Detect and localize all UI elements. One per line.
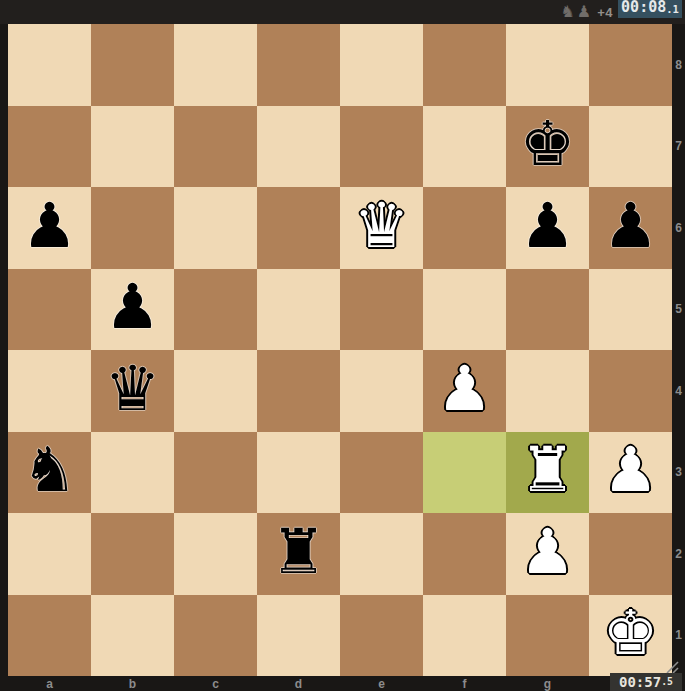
- square-g3[interactable]: ♜: [506, 432, 589, 514]
- square-c6[interactable]: [174, 187, 257, 269]
- square-b1[interactable]: [91, 595, 174, 677]
- square-b3[interactable]: [91, 432, 174, 514]
- square-c2[interactable]: [174, 513, 257, 595]
- square-a2[interactable]: [8, 513, 91, 595]
- file-labels: abcdefgh: [8, 676, 672, 691]
- black-rook[interactable]: ♜: [271, 521, 327, 583]
- square-h6[interactable]: ♟: [589, 187, 672, 269]
- top-player-clock: 00:08.1: [618, 0, 682, 18]
- square-a3[interactable]: ♞: [8, 432, 91, 514]
- bottom-player-clock: 00:57.5: [610, 673, 682, 691]
- square-h4[interactable]: [589, 350, 672, 432]
- square-f2[interactable]: [423, 513, 506, 595]
- rank-label-5: 5: [672, 269, 685, 351]
- square-f4[interactable]: ♟: [423, 350, 506, 432]
- material-advantage-value: +4: [597, 5, 613, 20]
- square-d1[interactable]: [257, 595, 340, 677]
- square-b8[interactable]: [91, 24, 174, 106]
- rank-label-7: 7: [672, 106, 685, 188]
- square-g8[interactable]: [506, 24, 589, 106]
- file-label-e: e: [340, 676, 423, 691]
- white-queen[interactable]: ♛: [354, 195, 410, 257]
- file-label-d: d: [257, 676, 340, 691]
- black-pawn[interactable]: ♟: [603, 195, 659, 257]
- square-b6[interactable]: [91, 187, 174, 269]
- square-c3[interactable]: [174, 432, 257, 514]
- file-label-g: g: [506, 676, 589, 691]
- square-d2[interactable]: ♜: [257, 513, 340, 595]
- square-a1[interactable]: [8, 595, 91, 677]
- file-label-a: a: [8, 676, 91, 691]
- square-d6[interactable]: [257, 187, 340, 269]
- square-h5[interactable]: [589, 269, 672, 351]
- square-f8[interactable]: [423, 24, 506, 106]
- square-b7[interactable]: [91, 106, 174, 188]
- material-advantage: ♞ ♟ +4: [560, 2, 613, 22]
- rank-label-2: 2: [672, 513, 685, 595]
- square-a4[interactable]: [8, 350, 91, 432]
- square-e8[interactable]: [340, 24, 423, 106]
- square-a7[interactable]: [8, 106, 91, 188]
- white-king[interactable]: ♚: [603, 602, 659, 664]
- chess-app: ♞ ♟ +4 00:08.1 ♚♟♛♟♟♟♛♟♞♜♟♜♟♚ 87654321 a…: [0, 0, 685, 691]
- square-c8[interactable]: [174, 24, 257, 106]
- black-pawn[interactable]: ♟: [22, 195, 78, 257]
- black-queen[interactable]: ♛: [105, 358, 161, 420]
- square-c4[interactable]: [174, 350, 257, 432]
- square-g7[interactable]: ♚: [506, 106, 589, 188]
- square-h1[interactable]: ♚: [589, 595, 672, 677]
- square-g6[interactable]: ♟: [506, 187, 589, 269]
- square-g4[interactable]: [506, 350, 589, 432]
- black-knight[interactable]: ♞: [22, 439, 78, 501]
- square-h3[interactable]: ♟: [589, 432, 672, 514]
- square-c5[interactable]: [174, 269, 257, 351]
- square-b5[interactable]: ♟: [91, 269, 174, 351]
- square-b4[interactable]: ♛: [91, 350, 174, 432]
- square-h7[interactable]: [589, 106, 672, 188]
- square-b2[interactable]: [91, 513, 174, 595]
- file-label-c: c: [174, 676, 257, 691]
- square-d7[interactable]: [257, 106, 340, 188]
- square-c7[interactable]: [174, 106, 257, 188]
- square-d3[interactable]: [257, 432, 340, 514]
- square-a5[interactable]: [8, 269, 91, 351]
- square-d4[interactable]: [257, 350, 340, 432]
- square-f6[interactable]: [423, 187, 506, 269]
- square-e2[interactable]: [340, 513, 423, 595]
- black-pawn[interactable]: ♟: [520, 195, 576, 257]
- square-e7[interactable]: [340, 106, 423, 188]
- white-pawn[interactable]: ♟: [520, 521, 576, 583]
- rank-label-4: 4: [672, 350, 685, 432]
- rank-label-3: 3: [672, 432, 685, 514]
- square-e3[interactable]: [340, 432, 423, 514]
- rank-label-6: 6: [672, 187, 685, 269]
- square-e5[interactable]: [340, 269, 423, 351]
- chess-board: ♚♟♛♟♟♟♛♟♞♜♟♜♟♚: [8, 24, 672, 676]
- square-g5[interactable]: [506, 269, 589, 351]
- file-label-f: f: [423, 676, 506, 691]
- top-player-bar: ♞ ♟ +4 00:08.1: [0, 0, 685, 24]
- square-e1[interactable]: [340, 595, 423, 677]
- white-rook[interactable]: ♜: [520, 439, 576, 501]
- black-king[interactable]: ♚: [520, 113, 576, 175]
- square-d8[interactable]: [257, 24, 340, 106]
- square-f7[interactable]: [423, 106, 506, 188]
- square-f5[interactable]: [423, 269, 506, 351]
- square-d5[interactable]: [257, 269, 340, 351]
- square-h8[interactable]: [589, 24, 672, 106]
- rank-label-8: 8: [672, 24, 685, 106]
- square-e4[interactable]: [340, 350, 423, 432]
- square-g1[interactable]: [506, 595, 589, 677]
- pawn-icon: ♟: [577, 3, 591, 21]
- white-pawn[interactable]: ♟: [603, 439, 659, 501]
- knight-icon: ♞: [560, 3, 574, 21]
- square-g2[interactable]: ♟: [506, 513, 589, 595]
- square-f3[interactable]: [423, 432, 506, 514]
- square-a6[interactable]: ♟: [8, 187, 91, 269]
- file-label-b: b: [91, 676, 174, 691]
- square-e6[interactable]: ♛: [340, 187, 423, 269]
- square-h2[interactable]: [589, 513, 672, 595]
- square-a8[interactable]: [8, 24, 91, 106]
- square-f1[interactable]: [423, 595, 506, 677]
- rank-labels: 87654321: [672, 24, 685, 676]
- black-pawn[interactable]: ♟: [105, 276, 161, 338]
- square-c1[interactable]: [174, 595, 257, 677]
- white-pawn[interactable]: ♟: [437, 358, 493, 420]
